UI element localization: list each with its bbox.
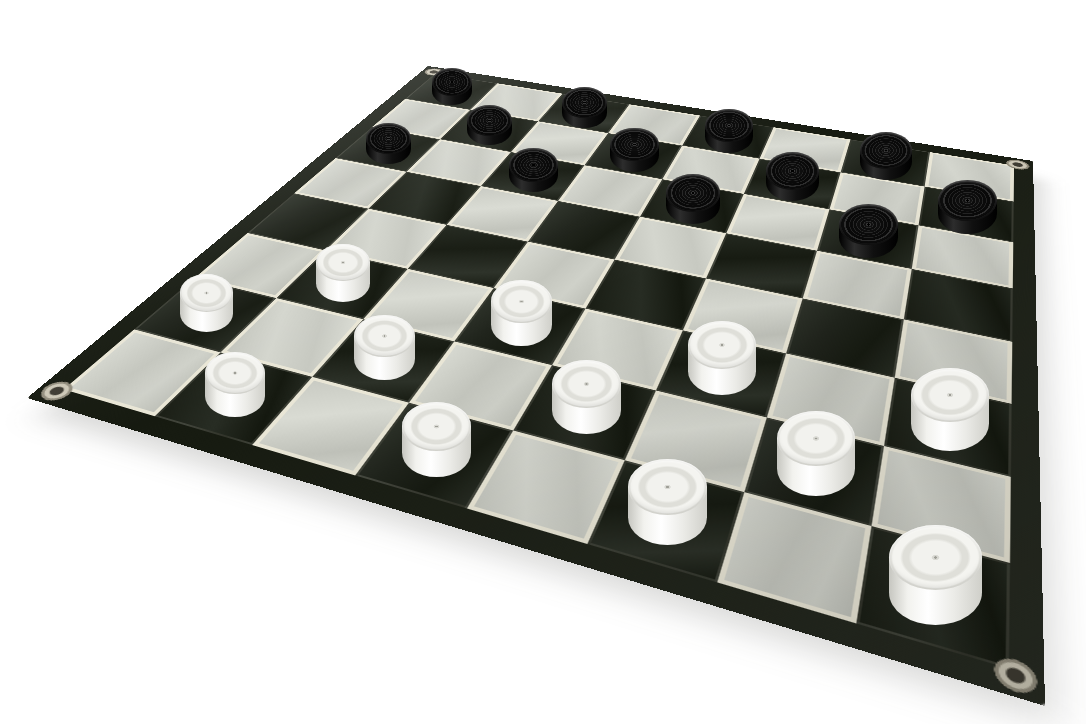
checker-top-face [911, 368, 989, 422]
black-checker[interactable] [766, 152, 819, 201]
black-checker[interactable] [562, 87, 606, 128]
black-checker[interactable] [938, 180, 997, 234]
checker-top-face [705, 109, 753, 143]
checker-top-face [610, 128, 658, 162]
checker-top-face [366, 123, 410, 154]
white-checker[interactable] [889, 525, 982, 625]
checker-top-face [509, 148, 558, 182]
white-checker[interactable] [777, 411, 856, 496]
white-checker[interactable] [402, 402, 471, 476]
checker-top-face [766, 152, 819, 189]
white-checker[interactable] [316, 244, 370, 302]
checker-top-face [316, 244, 370, 282]
checker-top-face [180, 274, 234, 312]
checker-top-face [432, 68, 473, 96]
checker-top-face [205, 352, 265, 394]
black-checker[interactable] [610, 128, 658, 173]
checker-top-face [491, 280, 551, 322]
white-checker[interactable] [491, 280, 551, 345]
checker-top-face [628, 459, 708, 515]
grommet-bottom-right-icon [993, 653, 1038, 698]
black-checker[interactable] [666, 174, 720, 223]
checker-top-face [938, 180, 997, 221]
white-checker[interactable] [354, 315, 415, 380]
checker-top-face [402, 402, 471, 450]
checker-top-face [562, 87, 606, 118]
checker-top-face [860, 132, 913, 169]
product-photo-stage [0, 0, 1086, 724]
black-checker[interactable] [860, 132, 913, 181]
white-checker[interactable] [552, 360, 621, 434]
black-checker[interactable] [509, 148, 558, 193]
white-checker[interactable] [688, 321, 756, 395]
black-checker[interactable] [432, 68, 473, 105]
white-checker[interactable] [911, 368, 989, 452]
black-checker[interactable] [467, 105, 511, 146]
black-checker[interactable] [366, 123, 410, 164]
checker-top-face [552, 360, 621, 408]
black-checker[interactable] [839, 204, 898, 259]
checker-top-face [354, 315, 415, 357]
checker-top-face [777, 411, 856, 466]
white-checker[interactable] [628, 459, 708, 545]
white-checker[interactable] [205, 352, 265, 417]
checker-top-face [666, 174, 720, 211]
checker-top-face [467, 105, 511, 136]
black-checker[interactable] [705, 109, 753, 153]
checker-top-face [889, 525, 982, 590]
white-checker[interactable] [180, 274, 234, 332]
